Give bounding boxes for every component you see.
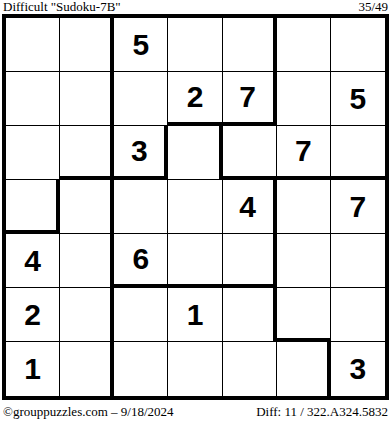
- cell-r4c4[interactable]: [168, 180, 222, 234]
- cell-r6c2[interactable]: [60, 288, 114, 342]
- cell-r5c2[interactable]: [60, 234, 114, 288]
- cell-r1c7[interactable]: [331, 18, 385, 72]
- cell-r2c7[interactable]: 5: [331, 72, 385, 126]
- cell-r5c3[interactable]: 6: [114, 234, 168, 288]
- cell-r7c3[interactable]: [114, 342, 168, 396]
- cell-r5c1[interactable]: 4: [6, 234, 60, 288]
- cell-r5c5[interactable]: [223, 234, 277, 288]
- cell-r2c3[interactable]: [114, 72, 168, 126]
- sudoku-board: 52753747462113: [2, 14, 389, 400]
- cell-r3c4[interactable]: [168, 126, 222, 180]
- page-title: Difficult "Sudoku-7B": [3, 0, 121, 13]
- page-footer: ©grouppuzzles.com – 9/18/2024 Diff: 11 /…: [3, 404, 388, 420]
- puzzle-counter: 35/49: [358, 0, 388, 13]
- cell-r1c4[interactable]: [168, 18, 222, 72]
- cell-r5c6[interactable]: [277, 234, 331, 288]
- cell-r6c1[interactable]: 2: [6, 288, 60, 342]
- cell-r2c1[interactable]: [6, 72, 60, 126]
- difficulty-text: Diff: 11 / 322.A324.5832: [256, 404, 388, 420]
- cell-r5c7[interactable]: [331, 234, 385, 288]
- cell-r6c4[interactable]: 1: [168, 288, 222, 342]
- cell-r6c5[interactable]: [223, 288, 277, 342]
- cell-r7c5[interactable]: [223, 342, 277, 396]
- cell-r3c5[interactable]: [223, 126, 277, 180]
- cell-r2c2[interactable]: [60, 72, 114, 126]
- cell-r5c4[interactable]: [168, 234, 222, 288]
- cell-r7c6[interactable]: [277, 342, 331, 396]
- cell-r4c3[interactable]: [114, 180, 168, 234]
- cell-r4c6[interactable]: [277, 180, 331, 234]
- cell-r2c4[interactable]: 2: [168, 72, 222, 126]
- copyright-text: ©grouppuzzles.com – 9/18/2024: [3, 404, 174, 420]
- page-header: Difficult "Sudoku-7B" 35/49: [3, 0, 388, 13]
- cell-r7c7[interactable]: 3: [331, 342, 385, 396]
- cell-r7c4[interactable]: [168, 342, 222, 396]
- cell-r4c2[interactable]: [60, 180, 114, 234]
- cell-r3c6[interactable]: 7: [277, 126, 331, 180]
- cell-r4c7[interactable]: 7: [331, 180, 385, 234]
- cell-r6c6[interactable]: [277, 288, 331, 342]
- cell-r1c3[interactable]: 5: [114, 18, 168, 72]
- cell-r7c2[interactable]: [60, 342, 114, 396]
- cell-r6c3[interactable]: [114, 288, 168, 342]
- cell-r1c1[interactable]: [6, 18, 60, 72]
- cell-r4c5[interactable]: 4: [223, 180, 277, 234]
- cell-r3c2[interactable]: [60, 126, 114, 180]
- cell-r7c1[interactable]: 1: [6, 342, 60, 396]
- cell-r1c6[interactable]: [277, 18, 331, 72]
- cell-r3c7[interactable]: [331, 126, 385, 180]
- cell-r2c5[interactable]: 7: [223, 72, 277, 126]
- cell-r6c7[interactable]: [331, 288, 385, 342]
- cell-r3c3[interactable]: 3: [114, 126, 168, 180]
- cell-r1c5[interactable]: [223, 18, 277, 72]
- cell-r2c6[interactable]: [277, 72, 331, 126]
- cell-r1c2[interactable]: [60, 18, 114, 72]
- cell-r3c1[interactable]: [6, 126, 60, 180]
- cell-r4c1[interactable]: [6, 180, 60, 234]
